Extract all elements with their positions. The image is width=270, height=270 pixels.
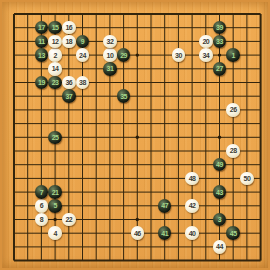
move-number: 24 <box>79 52 86 59</box>
stone-white-50[interactable]: 50 <box>240 172 254 186</box>
stone-black-13[interactable]: 13 <box>35 48 49 62</box>
move-number: 4 <box>53 230 56 237</box>
stone-black-43[interactable]: 43 <box>213 185 227 199</box>
stone-black-15[interactable]: 15 <box>48 21 62 35</box>
stone-black-27[interactable]: 27 <box>213 62 227 76</box>
stone-black-49[interactable]: 49 <box>213 158 227 172</box>
stone-black-11[interactable]: 11 <box>35 35 49 49</box>
stone-white-48[interactable]: 48 <box>185 172 199 186</box>
move-number: 6 <box>40 202 43 209</box>
move-number: 19 <box>38 79 45 86</box>
move-number: 25 <box>52 134 59 141</box>
stone-black-7[interactable]: 7 <box>35 185 49 199</box>
move-number: 11 <box>38 38 44 45</box>
stone-white-4[interactable]: 4 <box>48 226 62 240</box>
move-number: 8 <box>40 216 43 223</box>
stone-white-8[interactable]: 8 <box>35 213 49 227</box>
move-number: 12 <box>52 38 59 45</box>
stone-white-40[interactable]: 40 <box>185 226 199 240</box>
move-number: 23 <box>52 79 59 86</box>
stone-white-32[interactable]: 32 <box>103 35 117 49</box>
stone-white-28[interactable]: 28 <box>226 144 240 158</box>
move-number: 47 <box>161 202 168 209</box>
move-number: 27 <box>216 65 223 72</box>
move-number: 10 <box>106 52 113 59</box>
stones-layer: 1234567891011121314151617181920212223242… <box>0 0 270 270</box>
stone-white-30[interactable]: 30 <box>172 48 186 62</box>
move-number: 5 <box>53 202 56 209</box>
move-number: 45 <box>230 230 237 237</box>
stone-white-10[interactable]: 10 <box>103 48 117 62</box>
stone-black-17[interactable]: 17 <box>35 21 49 35</box>
stone-black-39[interactable]: 39 <box>213 21 227 35</box>
move-number: 22 <box>65 216 72 223</box>
move-number: 48 <box>189 175 196 182</box>
move-number: 7 <box>40 189 43 196</box>
move-number: 46 <box>134 230 141 237</box>
stone-black-3[interactable]: 3 <box>213 213 227 227</box>
stone-white-36[interactable]: 36 <box>62 76 76 90</box>
move-number: 49 <box>216 161 223 168</box>
stone-white-16[interactable]: 16 <box>62 21 76 35</box>
stone-white-38[interactable]: 38 <box>76 76 90 90</box>
stone-black-37[interactable]: 37 <box>62 89 76 103</box>
stone-white-44[interactable]: 44 <box>213 240 227 254</box>
stone-white-26[interactable]: 26 <box>226 103 240 117</box>
stone-black-29[interactable]: 29 <box>117 48 131 62</box>
stone-white-12[interactable]: 12 <box>48 35 62 49</box>
move-number: 37 <box>65 93 72 100</box>
stone-black-31[interactable]: 31 <box>103 62 117 76</box>
move-number: 35 <box>120 93 127 100</box>
move-number: 33 <box>216 38 223 45</box>
move-number: 44 <box>216 243 223 250</box>
move-number: 17 <box>38 24 45 31</box>
stone-white-14[interactable]: 14 <box>48 62 62 76</box>
move-number: 43 <box>216 189 223 196</box>
move-number: 32 <box>106 38 113 45</box>
move-number: 34 <box>202 52 209 59</box>
move-number: 21 <box>52 189 59 196</box>
stone-black-23[interactable]: 23 <box>48 76 62 90</box>
move-number: 39 <box>216 24 223 31</box>
move-number: 26 <box>230 106 237 113</box>
move-number: 14 <box>52 65 59 72</box>
move-number: 29 <box>120 52 127 59</box>
stone-black-5[interactable]: 5 <box>48 199 62 213</box>
stone-black-41[interactable]: 41 <box>158 226 172 240</box>
stone-black-25[interactable]: 25 <box>48 131 62 145</box>
move-number: 18 <box>65 38 72 45</box>
move-number: 38 <box>79 79 86 86</box>
stone-black-47[interactable]: 47 <box>158 199 172 213</box>
stone-white-46[interactable]: 46 <box>131 226 145 240</box>
move-number: 13 <box>38 52 45 59</box>
stone-white-34[interactable]: 34 <box>199 48 213 62</box>
stone-black-1[interactable]: 1 <box>226 48 240 62</box>
move-number: 42 <box>189 202 196 209</box>
stone-black-45[interactable]: 45 <box>226 226 240 240</box>
move-number: 30 <box>175 52 182 59</box>
move-number: 28 <box>230 147 237 154</box>
stone-white-24[interactable]: 24 <box>76 48 90 62</box>
move-number: 20 <box>202 38 209 45</box>
stone-black-33[interactable]: 33 <box>213 35 227 49</box>
stone-black-9[interactable]: 9 <box>76 35 90 49</box>
stone-white-18[interactable]: 18 <box>62 35 76 49</box>
move-number: 9 <box>81 38 84 45</box>
move-number: 3 <box>218 216 221 223</box>
stone-black-19[interactable]: 19 <box>35 76 49 90</box>
stone-black-35[interactable]: 35 <box>117 89 131 103</box>
move-number: 1 <box>231 52 234 59</box>
go-board[interactable]: 1234567891011121314151617181920212223242… <box>0 0 270 270</box>
move-number: 50 <box>243 175 250 182</box>
stone-white-42[interactable]: 42 <box>185 199 199 213</box>
move-number: 2 <box>53 52 56 59</box>
move-number: 31 <box>106 65 113 72</box>
stone-white-20[interactable]: 20 <box>199 35 213 49</box>
move-number: 40 <box>189 230 196 237</box>
stone-white-2[interactable]: 2 <box>48 48 62 62</box>
move-number: 16 <box>65 24 72 31</box>
move-number: 15 <box>52 24 59 31</box>
move-number: 41 <box>161 230 168 237</box>
stone-white-22[interactable]: 22 <box>62 213 76 227</box>
stone-black-21[interactable]: 21 <box>48 185 62 199</box>
stone-white-6[interactable]: 6 <box>35 199 49 213</box>
move-number: 36 <box>65 79 72 86</box>
